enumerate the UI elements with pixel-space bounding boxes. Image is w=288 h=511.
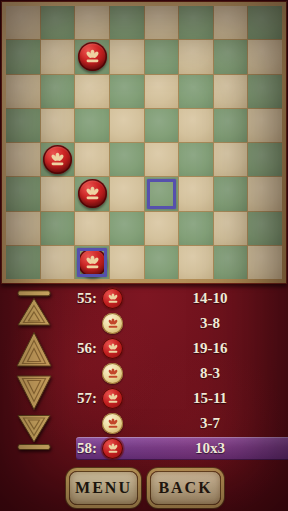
checkers-app-screen: 55:14-103-856:19-168-357:15-113-758:10x3… [0, 0, 288, 511]
board-square[interactable] [248, 40, 282, 73]
red-piece-icon [102, 388, 123, 409]
board-square[interactable] [179, 143, 213, 176]
red-king-piece[interactable] [78, 179, 107, 208]
board-square[interactable] [75, 246, 109, 279]
board-square[interactable] [41, 177, 75, 210]
board-square[interactable] [110, 212, 144, 245]
move-number: 57: [0, 386, 97, 411]
move-number: 58: [0, 436, 97, 461]
board-square[interactable] [214, 246, 248, 279]
move-notation: 15-11 [138, 386, 282, 411]
board-square[interactable] [110, 246, 144, 279]
red-piece-icon [102, 338, 123, 359]
board-square[interactable] [6, 212, 40, 245]
board-square[interactable] [110, 177, 144, 210]
board-square[interactable] [179, 212, 213, 245]
white-piece-icon [102, 413, 123, 434]
board-square[interactable] [110, 6, 144, 39]
move-row[interactable]: 57:15-11 [0, 386, 288, 411]
move-number: 56: [0, 336, 97, 361]
board-square[interactable] [145, 246, 179, 279]
red-piece-icon [102, 438, 123, 459]
board-square[interactable] [110, 75, 144, 108]
board-square[interactable] [75, 143, 109, 176]
move-notation: 3-8 [138, 311, 282, 336]
board-square[interactable] [41, 40, 75, 73]
crown-icon [106, 393, 120, 404]
red-king-piece[interactable] [43, 145, 72, 174]
board-square[interactable] [145, 212, 179, 245]
white-piece-icon [102, 313, 123, 334]
board-square[interactable] [145, 75, 179, 108]
checkers-board [6, 6, 282, 279]
crown-icon [106, 418, 120, 429]
board-square[interactable] [41, 212, 75, 245]
board-square[interactable] [6, 75, 40, 108]
board-square[interactable] [110, 40, 144, 73]
crown-icon [106, 318, 120, 329]
crown-icon [106, 293, 120, 304]
board-square[interactable] [41, 246, 75, 279]
crown-icon [83, 255, 102, 270]
board-square[interactable] [110, 109, 144, 142]
board-square[interactable] [248, 6, 282, 39]
board-square[interactable] [110, 143, 144, 176]
board-square[interactable] [75, 109, 109, 142]
move-number: 55: [0, 286, 97, 311]
board-square[interactable] [179, 40, 213, 73]
board-square[interactable] [214, 75, 248, 108]
move-row[interactable]: 8-3 [0, 361, 288, 386]
back-button[interactable]: BACK [150, 471, 221, 505]
move-number [0, 361, 97, 386]
crown-icon [83, 49, 102, 64]
move-row[interactable]: 3-8 [0, 311, 288, 336]
crown-icon [106, 368, 120, 379]
board-square[interactable] [6, 6, 40, 39]
menu-button[interactable]: MENU [69, 471, 138, 505]
move-row[interactable]: 56:19-16 [0, 336, 288, 361]
move-row[interactable]: 55:14-10 [0, 286, 288, 311]
board-square[interactable] [248, 143, 282, 176]
board-frame [1, 1, 287, 284]
board-square[interactable] [179, 6, 213, 39]
move-notation: 14-10 [138, 286, 282, 311]
move-notation: 19-16 [138, 336, 282, 361]
board-square[interactable] [6, 143, 40, 176]
board-square[interactable] [214, 143, 248, 176]
move-row[interactable]: 58:10x3 [0, 436, 288, 461]
board-square[interactable] [179, 246, 213, 279]
board-square[interactable] [179, 109, 213, 142]
board-square[interactable] [248, 109, 282, 142]
crown-icon [83, 186, 102, 201]
red-king-piece[interactable] [78, 42, 107, 71]
board-square[interactable] [214, 40, 248, 73]
board-square[interactable] [248, 246, 282, 279]
move-number [0, 311, 97, 336]
board-square[interactable] [214, 212, 248, 245]
board-square[interactable] [75, 6, 109, 39]
board-square[interactable] [248, 177, 282, 210]
crown-icon [106, 343, 120, 354]
board-square[interactable] [41, 143, 75, 176]
board-square[interactable] [248, 75, 282, 108]
move-notation: 8-3 [138, 361, 282, 386]
red-piece-icon [102, 288, 123, 309]
crown-icon [48, 152, 67, 167]
board-square[interactable] [145, 143, 179, 176]
red-king-piece[interactable] [78, 248, 107, 277]
board-square[interactable] [41, 6, 75, 39]
board-square[interactable] [145, 109, 179, 142]
board-square[interactable] [6, 246, 40, 279]
board-square[interactable] [214, 6, 248, 39]
board-square[interactable] [41, 109, 75, 142]
board-square[interactable] [214, 177, 248, 210]
board-square[interactable] [145, 6, 179, 39]
board-square[interactable] [214, 109, 248, 142]
board-square[interactable] [6, 109, 40, 142]
move-number [0, 411, 97, 436]
board-square[interactable] [75, 75, 109, 108]
board-square[interactable] [75, 212, 109, 245]
move-list: 55:14-103-856:19-168-357:15-113-758:10x3 [0, 286, 288, 461]
board-square[interactable] [145, 177, 179, 210]
board-square[interactable] [248, 212, 282, 245]
board-square[interactable] [75, 177, 109, 210]
move-notation: 10x3 [138, 436, 282, 461]
board-square[interactable] [179, 177, 213, 210]
board-square[interactable] [145, 40, 179, 73]
board-square[interactable] [179, 75, 213, 108]
board-square[interactable] [75, 40, 109, 73]
move-notation: 3-7 [138, 411, 282, 436]
board-square[interactable] [6, 177, 40, 210]
white-piece-icon [102, 363, 123, 384]
board-square[interactable] [41, 75, 75, 108]
board-square[interactable] [6, 40, 40, 73]
crown-icon [106, 443, 120, 454]
move-row[interactable]: 3-7 [0, 411, 288, 436]
